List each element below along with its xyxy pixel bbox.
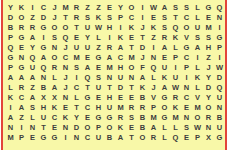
cell-r11c12[interactable]: R (126, 103, 137, 113)
cell-r8c3[interactable]: A (27, 73, 38, 83)
cell-r5c14[interactable]: I (148, 43, 159, 53)
cell-r12c3[interactable]: L (27, 113, 38, 123)
cell-r14c15[interactable]: L (159, 133, 170, 143)
cell-r5c7[interactable]: U (71, 43, 82, 53)
cell-r13c10[interactable]: O (104, 123, 115, 133)
cell-r5c1[interactable]: Q (5, 43, 16, 53)
cell-r5c10[interactable]: R (104, 43, 115, 53)
cell-r2c13[interactable]: I (137, 13, 148, 23)
cell-r12c17[interactable]: N (181, 113, 192, 123)
cell-r2c10[interactable]: S (104, 13, 115, 23)
cell-r4c11[interactable]: K (115, 33, 126, 43)
cell-r9c12[interactable]: T (126, 83, 137, 93)
cell-r5c6[interactable]: J (60, 43, 71, 53)
cell-r1c5[interactable]: J (49, 3, 60, 13)
cell-r10c15[interactable]: G (159, 93, 170, 103)
cell-r2c11[interactable]: P (115, 13, 126, 23)
cell-r10c9[interactable]: E (93, 93, 104, 103)
cell-r5c12[interactable]: T (126, 43, 137, 53)
cell-r6c13[interactable]: J (137, 53, 148, 63)
cell-r14c13[interactable]: O (137, 133, 148, 143)
cell-r12c6[interactable]: K (60, 113, 71, 123)
cell-r10c20[interactable]: U (214, 93, 225, 103)
cell-r8c5[interactable]: L (49, 73, 60, 83)
cell-r4c15[interactable]: R (159, 33, 170, 43)
cell-r2c2[interactable]: O (16, 13, 27, 23)
cell-r9c19[interactable]: D (203, 83, 214, 93)
cell-r8c18[interactable]: K (192, 73, 203, 83)
cell-r13c12[interactable]: E (126, 123, 137, 133)
cell-r2c14[interactable]: E (148, 13, 159, 23)
cell-r14c4[interactable]: G (38, 133, 49, 143)
cell-r10c8[interactable]: G (82, 93, 93, 103)
cell-r13c5[interactable]: E (49, 123, 60, 133)
cell-r5c2[interactable]: E (16, 43, 27, 53)
cell-r11c17[interactable]: E (181, 103, 192, 113)
cell-r7c1[interactable]: P (5, 63, 16, 73)
cell-r7c14[interactable]: Q (148, 63, 159, 73)
cell-r8c4[interactable]: N (38, 73, 49, 83)
cell-r13c16[interactable]: L (170, 123, 181, 133)
cell-r9c16[interactable]: W (170, 83, 181, 93)
cell-r2c18[interactable]: L (192, 13, 203, 23)
cell-r14c3[interactable]: E (27, 133, 38, 143)
cell-r3c20[interactable]: I (214, 23, 225, 33)
cell-r14c12[interactable]: T (126, 133, 137, 143)
cell-r6c14[interactable]: N (148, 53, 159, 63)
cell-r2c15[interactable]: S (159, 13, 170, 23)
cell-r2c3[interactable]: Z (27, 13, 38, 23)
cell-r5c17[interactable]: G (181, 43, 192, 53)
cell-r1c19[interactable]: G (203, 3, 214, 13)
cell-r4c13[interactable]: T (137, 33, 148, 43)
cell-r10c1[interactable]: K (5, 93, 16, 103)
cell-r12c16[interactable]: M (170, 113, 181, 123)
cell-r11c1[interactable]: I (5, 103, 16, 113)
cell-r12c11[interactable]: R (115, 113, 126, 123)
cell-r8c1[interactable]: A (5, 73, 16, 83)
cell-r2c7[interactable]: R (71, 13, 82, 23)
cell-r12c4[interactable]: U (38, 113, 49, 123)
cell-r11c16[interactable]: K (170, 103, 181, 113)
cell-r10c5[interactable]: X (49, 93, 60, 103)
cell-r3c2[interactable]: R (16, 23, 27, 33)
cell-r10c3[interactable]: A (27, 93, 38, 103)
cell-r13c7[interactable]: D (71, 123, 82, 133)
cell-r9c7[interactable]: C (71, 83, 82, 93)
cell-r14c8[interactable]: C (82, 133, 93, 143)
cell-r4c1[interactable]: P (5, 33, 16, 43)
cell-r6c6[interactable]: C (60, 53, 71, 63)
cell-r4c12[interactable]: E (126, 33, 137, 43)
cell-r7c16[interactable]: I (170, 63, 181, 73)
cell-r8c20[interactable]: D (214, 73, 225, 83)
cell-r4c3[interactable]: A (27, 33, 38, 43)
cell-r1c12[interactable]: O (126, 3, 137, 13)
cell-r9c9[interactable]: U (93, 83, 104, 93)
cell-r7c20[interactable]: W (214, 63, 225, 73)
cell-r14c11[interactable]: A (115, 133, 126, 143)
cell-r14c5[interactable]: G (49, 133, 60, 143)
cell-r1c10[interactable]: E (104, 3, 115, 13)
cell-r8c2[interactable]: A (16, 73, 27, 83)
cell-r5c13[interactable]: D (137, 43, 148, 53)
cell-r2c8[interactable]: S (82, 13, 93, 23)
cell-r9c10[interactable]: T (104, 83, 115, 93)
cell-r9c5[interactable]: A (49, 83, 60, 93)
cell-r9c4[interactable]: B (38, 83, 49, 93)
cell-r8c8[interactable]: Q (82, 73, 93, 83)
cell-r10c10[interactable]: H (104, 93, 115, 103)
cell-r4c10[interactable]: I (104, 33, 115, 43)
cell-r7c2[interactable]: G (16, 63, 27, 73)
cell-r13c15[interactable]: L (159, 123, 170, 133)
cell-r6c4[interactable]: A (38, 53, 49, 63)
cell-r4c5[interactable]: S (49, 33, 60, 43)
cell-r6c7[interactable]: M (71, 53, 82, 63)
cell-r7c11[interactable]: H (115, 63, 126, 73)
cell-r10c11[interactable]: E (115, 93, 126, 103)
cell-r4c6[interactable]: Q (60, 33, 71, 43)
cell-r4c16[interactable]: K (170, 33, 181, 43)
cell-r11c5[interactable]: K (49, 103, 60, 113)
cell-r14c18[interactable]: P (192, 133, 203, 143)
cell-r5c16[interactable]: L (170, 43, 181, 53)
cell-r13c2[interactable]: I (16, 123, 27, 133)
cell-r13c4[interactable]: T (38, 123, 49, 133)
cell-r14c2[interactable]: P (16, 133, 27, 143)
cell-r10c6[interactable]: N (60, 93, 71, 103)
cell-r6c8[interactable]: E (82, 53, 93, 63)
cell-r14c17[interactable]: E (181, 133, 192, 143)
cell-r14c14[interactable]: R (148, 133, 159, 143)
cell-r6c16[interactable]: P (170, 53, 181, 63)
cell-r10c4[interactable]: X (38, 93, 49, 103)
word-search-panel: YKICJMRZZEYOIWASSLGQDOZDJTRSKSPCIESTCLEN… (1, 0, 227, 150)
cell-r9c14[interactable]: J (148, 83, 159, 93)
cell-r5c15[interactable]: A (159, 43, 170, 53)
cell-r3c13[interactable]: J (137, 23, 148, 33)
cell-r4c18[interactable]: S (192, 33, 203, 43)
cell-r13c1[interactable]: N (5, 123, 16, 133)
cell-r8c19[interactable]: Y (203, 73, 214, 83)
cell-r3c3[interactable]: R (27, 23, 38, 33)
cell-r9c8[interactable]: T (82, 83, 93, 93)
cell-r4c8[interactable]: Y (82, 33, 93, 43)
cell-r8c13[interactable]: A (137, 73, 148, 83)
cell-r3c16[interactable]: Q (170, 23, 181, 33)
cell-r4c2[interactable]: G (16, 33, 27, 43)
cell-r7c8[interactable]: A (82, 63, 93, 73)
cell-r11c11[interactable]: M (115, 103, 126, 113)
cell-r10c16[interactable]: R (170, 93, 181, 103)
cell-r11c18[interactable]: M (192, 103, 203, 113)
cell-r6c17[interactable]: C (181, 53, 192, 63)
cell-r12c9[interactable]: G (93, 113, 104, 123)
cell-r7c12[interactable]: O (126, 63, 137, 73)
cell-r7c7[interactable]: S (71, 63, 82, 73)
cell-r11c13[interactable]: R (137, 103, 148, 113)
cell-r9c13[interactable]: K (137, 83, 148, 93)
cell-r9c17[interactable]: N (181, 83, 192, 93)
cell-r1c1[interactable]: Y (5, 3, 16, 13)
cell-r10c7[interactable]: L (71, 93, 82, 103)
cell-r1c18[interactable]: L (192, 3, 203, 13)
cell-r7c3[interactable]: U (27, 63, 38, 73)
cell-r7c5[interactable]: R (49, 63, 60, 73)
cell-r3c9[interactable]: W (93, 23, 104, 33)
cell-r14c20[interactable]: G (214, 133, 225, 143)
cell-r1c6[interactable]: M (60, 3, 71, 13)
cell-r5c3[interactable]: Y (27, 43, 38, 53)
cell-r1c14[interactable]: W (148, 3, 159, 13)
cell-r8c11[interactable]: U (115, 73, 126, 83)
cell-r14c1[interactable]: M (5, 133, 16, 143)
cell-r13c11[interactable]: K (115, 123, 126, 133)
cell-r8c7[interactable]: I (71, 73, 82, 83)
cell-r10c18[interactable]: V (192, 93, 203, 103)
cell-r6c5[interactable]: O (49, 53, 60, 63)
cell-r9c3[interactable]: Z (27, 83, 38, 93)
cell-r2c16[interactable]: T (170, 13, 181, 23)
cell-r1c15[interactable]: A (159, 3, 170, 13)
cell-r12c5[interactable]: C (49, 113, 60, 123)
cell-r4c7[interactable]: E (71, 33, 82, 43)
cell-r4c20[interactable]: G (214, 33, 225, 43)
cell-r12c8[interactable]: E (82, 113, 93, 123)
cell-r12c12[interactable]: S (126, 113, 137, 123)
cell-r14c6[interactable]: I (60, 133, 71, 143)
cell-r1c8[interactable]: Z (82, 3, 93, 13)
cell-r10c14[interactable]: V (148, 93, 159, 103)
cell-r8c12[interactable]: N (126, 73, 137, 83)
cell-r12c20[interactable]: B (214, 113, 225, 123)
cell-r4c9[interactable]: L (93, 33, 104, 43)
cell-r6c18[interactable]: I (192, 53, 203, 63)
cell-r1c16[interactable]: S (170, 3, 181, 13)
cell-r13c6[interactable]: N (60, 123, 71, 133)
cell-r11c14[interactable]: P (148, 103, 159, 113)
cell-r4c19[interactable]: S (203, 33, 214, 43)
cell-r1c2[interactable]: K (16, 3, 27, 13)
cell-r12c15[interactable]: G (159, 113, 170, 123)
cell-r14c9[interactable]: U (93, 133, 104, 143)
cell-r9c18[interactable]: L (192, 83, 203, 93)
cell-r11c6[interactable]: E (60, 103, 71, 113)
cell-r10c17[interactable]: C (181, 93, 192, 103)
cell-r8c16[interactable]: U (170, 73, 181, 83)
cell-r2c9[interactable]: K (93, 13, 104, 23)
cell-r12c19[interactable]: R (203, 113, 214, 123)
cell-r3c1[interactable]: B (5, 23, 16, 33)
cell-r6c11[interactable]: C (115, 53, 126, 63)
cell-r7c9[interactable]: E (93, 63, 104, 73)
cell-r13c9[interactable]: P (93, 123, 104, 133)
cell-r11c20[interactable]: N (214, 103, 225, 113)
cell-r6c15[interactable]: E (159, 53, 170, 63)
cell-r13c8[interactable]: O (82, 123, 93, 133)
cell-r2c12[interactable]: C (126, 13, 137, 23)
cell-r1c20[interactable]: Q (214, 3, 225, 13)
cell-r6c9[interactable]: G (93, 53, 104, 63)
cell-r5c18[interactable]: A (192, 43, 203, 53)
cell-r12c10[interactable]: G (104, 113, 115, 123)
cell-r3c10[interactable]: H (104, 23, 115, 33)
cell-r2c6[interactable]: T (60, 13, 71, 23)
cell-r13c17[interactable]: S (181, 123, 192, 133)
cell-r11c15[interactable]: O (159, 103, 170, 113)
cell-r11c3[interactable]: S (27, 103, 38, 113)
cell-r8c15[interactable]: K (159, 73, 170, 83)
cell-r10c13[interactable]: B (137, 93, 148, 103)
cell-r5c5[interactable]: N (49, 43, 60, 53)
cell-r11c2[interactable]: A (16, 103, 27, 113)
cell-r6c20[interactable]: I (214, 53, 225, 63)
cell-r2c4[interactable]: D (38, 13, 49, 23)
cell-r10c19[interactable]: Y (203, 93, 214, 103)
cell-r12c1[interactable]: A (5, 113, 16, 123)
cell-r11c4[interactable]: H (38, 103, 49, 113)
cell-r1c4[interactable]: C (38, 3, 49, 13)
cell-r2c17[interactable]: C (181, 13, 192, 23)
cell-r12c14[interactable]: M (148, 113, 159, 123)
cell-r5c8[interactable]: U (82, 43, 93, 53)
cell-r14c19[interactable]: X (203, 133, 214, 143)
cell-r3c14[interactable]: K (148, 23, 159, 33)
cell-r1c7[interactable]: R (71, 3, 82, 13)
cell-r6c19[interactable]: Z (203, 53, 214, 63)
cell-r9c11[interactable]: D (115, 83, 126, 93)
cell-r7c18[interactable]: L (192, 63, 203, 73)
cell-r7c15[interactable]: U (159, 63, 170, 73)
cell-r6c1[interactable]: G (5, 53, 16, 63)
cell-r9c6[interactable]: J (60, 83, 71, 93)
cell-r13c13[interactable]: B (137, 123, 148, 133)
cell-r12c2[interactable]: Z (16, 113, 27, 123)
cell-r10c2[interactable]: C (16, 93, 27, 103)
cell-r5c19[interactable]: H (203, 43, 214, 53)
cell-r5c11[interactable]: A (115, 43, 126, 53)
cell-r2c5[interactable]: J (49, 13, 60, 23)
cell-r4c17[interactable]: V (181, 33, 192, 43)
cell-r7c17[interactable]: P (181, 63, 192, 73)
cell-r6c12[interactable]: M (126, 53, 137, 63)
cell-r9c20[interactable]: Q (214, 83, 225, 93)
cell-r13c19[interactable]: N (203, 123, 214, 133)
cell-r8c10[interactable]: N (104, 73, 115, 83)
cell-r3c7[interactable]: T (71, 23, 82, 33)
cell-r13c14[interactable]: A (148, 123, 159, 133)
cell-r4c4[interactable]: I (38, 33, 49, 43)
cell-r5c4[interactable]: G (38, 43, 49, 53)
cell-r3c5[interactable]: O (49, 23, 60, 33)
cell-r3c17[interactable]: O (181, 23, 192, 33)
cell-r11c8[interactable]: C (82, 103, 93, 113)
cell-r12c18[interactable]: O (192, 113, 203, 123)
cell-r7c13[interactable]: F (137, 63, 148, 73)
word-search-grid: YKICJMRZZEYOIWASSLGQDOZDJTRSKSPCIESTCLEN… (3, 0, 225, 143)
cell-r11c9[interactable]: H (93, 103, 104, 113)
cell-r8c17[interactable]: I (181, 73, 192, 83)
cell-r14c16[interactable]: Q (170, 133, 181, 143)
cell-r7c19[interactable]: J (203, 63, 214, 73)
cell-r3c12[interactable]: K (126, 23, 137, 33)
cell-r11c10[interactable]: U (104, 103, 115, 113)
cell-r7c6[interactable]: N (60, 63, 71, 73)
cell-r11c7[interactable]: T (71, 103, 82, 113)
cell-r11c19[interactable]: O (203, 103, 214, 113)
cell-r1c11[interactable]: Y (115, 3, 126, 13)
cell-r3c8[interactable]: U (82, 23, 93, 33)
cell-r9c2[interactable]: R (16, 83, 27, 93)
cell-r8c6[interactable]: J (60, 73, 71, 83)
cell-r5c20[interactable]: P (214, 43, 225, 53)
cell-r13c3[interactable]: N (27, 123, 38, 133)
cell-r1c17[interactable]: S (181, 3, 192, 13)
cell-r2c1[interactable]: D (5, 13, 16, 23)
cell-r6c10[interactable]: A (104, 53, 115, 63)
cell-r14c10[interactable]: B (104, 133, 115, 143)
cell-r3c18[interactable]: U (192, 23, 203, 33)
cell-r3c19[interactable]: M (203, 23, 214, 33)
cell-r12c7[interactable]: Y (71, 113, 82, 123)
cell-r3c15[interactable]: S (159, 23, 170, 33)
cell-r9c1[interactable]: L (5, 83, 16, 93)
cell-r13c18[interactable]: W (192, 123, 203, 133)
cell-r1c9[interactable]: Z (93, 3, 104, 13)
cell-r7c10[interactable]: M (104, 63, 115, 73)
cell-r5c9[interactable]: Z (93, 43, 104, 53)
cell-r7c4[interactable]: Q (38, 63, 49, 73)
cell-r3c4[interactable]: G (38, 23, 49, 33)
cell-r12c13[interactable]: B (137, 113, 148, 123)
cell-r3c6[interactable]: O (60, 23, 71, 33)
cell-r14c7[interactable]: N (71, 133, 82, 143)
cell-r2c19[interactable]: E (203, 13, 214, 23)
cell-r6c3[interactable]: Q (27, 53, 38, 63)
cell-r3c11[interactable]: I (115, 23, 126, 33)
cell-r9c15[interactable]: A (159, 83, 170, 93)
cell-r2c20[interactable]: N (214, 13, 225, 23)
cell-r4c14[interactable]: Z (148, 33, 159, 43)
cell-r10c12[interactable]: E (126, 93, 137, 103)
cell-r8c14[interactable]: L (148, 73, 159, 83)
cell-r1c3[interactable]: I (27, 3, 38, 13)
cell-r8c9[interactable]: S (93, 73, 104, 83)
cell-r6c2[interactable]: N (16, 53, 27, 63)
cell-r13c20[interactable]: U (214, 123, 225, 133)
cell-r1c13[interactable]: I (137, 3, 148, 13)
